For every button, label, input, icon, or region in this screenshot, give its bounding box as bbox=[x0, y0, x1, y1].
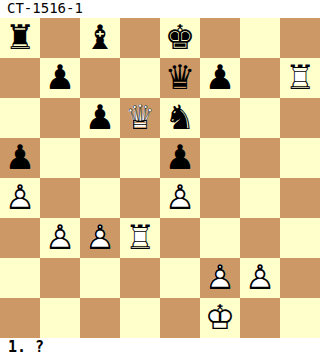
square-c3[interactable]: ♟♙ bbox=[80, 218, 120, 258]
black-pawn: ♟ bbox=[160, 138, 200, 178]
white-king: ♚♔ bbox=[200, 298, 240, 338]
white-rook: ♜♖ bbox=[120, 218, 160, 258]
square-h5[interactable] bbox=[280, 138, 320, 178]
square-c5[interactable] bbox=[80, 138, 120, 178]
white-rook: ♜♖ bbox=[280, 58, 320, 98]
square-h7[interactable]: ♜♖ bbox=[280, 58, 320, 98]
square-e4[interactable]: ♟♙ bbox=[160, 178, 200, 218]
square-a8[interactable]: ♜ bbox=[0, 18, 40, 58]
square-b5[interactable] bbox=[40, 138, 80, 178]
square-a1[interactable] bbox=[0, 298, 40, 338]
square-c7[interactable] bbox=[80, 58, 120, 98]
square-e8[interactable]: ♚ bbox=[160, 18, 200, 58]
square-d6[interactable]: ♛♕ bbox=[120, 98, 160, 138]
square-c8[interactable]: ♝ bbox=[80, 18, 120, 58]
black-knight: ♞ bbox=[160, 98, 200, 138]
square-e3[interactable] bbox=[160, 218, 200, 258]
square-a2[interactable] bbox=[0, 258, 40, 298]
square-f2[interactable]: ♟♙ bbox=[200, 258, 240, 298]
chess-board: ♜♝♚♟♛♟♜♖♟♛♕♞♟♟♟♙♟♙♟♙♟♙♜♖♟♙♟♙♚♔ bbox=[0, 18, 320, 338]
black-king: ♚ bbox=[160, 18, 200, 58]
square-f6[interactable] bbox=[200, 98, 240, 138]
square-h2[interactable] bbox=[280, 258, 320, 298]
square-e2[interactable] bbox=[160, 258, 200, 298]
white-pawn: ♟♙ bbox=[200, 258, 240, 298]
square-f4[interactable] bbox=[200, 178, 240, 218]
black-queen: ♛ bbox=[160, 58, 200, 98]
square-b2[interactable] bbox=[40, 258, 80, 298]
square-f7[interactable]: ♟ bbox=[200, 58, 240, 98]
square-f1[interactable]: ♚♔ bbox=[200, 298, 240, 338]
square-e1[interactable] bbox=[160, 298, 200, 338]
square-d3[interactable]: ♜♖ bbox=[120, 218, 160, 258]
move-prompt: 1. ? bbox=[8, 337, 44, 357]
square-c4[interactable] bbox=[80, 178, 120, 218]
white-pawn: ♟♙ bbox=[80, 218, 120, 258]
square-b8[interactable] bbox=[40, 18, 80, 58]
square-f5[interactable] bbox=[200, 138, 240, 178]
square-e6[interactable]: ♞ bbox=[160, 98, 200, 138]
black-pawn: ♟ bbox=[80, 98, 120, 138]
black-rook: ♜ bbox=[0, 18, 40, 58]
square-h8[interactable] bbox=[280, 18, 320, 58]
square-g8[interactable] bbox=[240, 18, 280, 58]
square-g5[interactable] bbox=[240, 138, 280, 178]
square-g2[interactable]: ♟♙ bbox=[240, 258, 280, 298]
white-pawn: ♟♙ bbox=[40, 218, 80, 258]
square-d2[interactable] bbox=[120, 258, 160, 298]
square-a7[interactable] bbox=[0, 58, 40, 98]
square-h6[interactable] bbox=[280, 98, 320, 138]
black-pawn: ♟ bbox=[40, 58, 80, 98]
square-g1[interactable] bbox=[240, 298, 280, 338]
diagram-title: CT-1516-1 bbox=[7, 0, 83, 17]
square-e5[interactable]: ♟ bbox=[160, 138, 200, 178]
square-b7[interactable]: ♟ bbox=[40, 58, 80, 98]
white-pawn: ♟♙ bbox=[240, 258, 280, 298]
square-a5[interactable]: ♟ bbox=[0, 138, 40, 178]
square-g6[interactable] bbox=[240, 98, 280, 138]
white-pawn: ♟♙ bbox=[160, 178, 200, 218]
square-a4[interactable]: ♟♙ bbox=[0, 178, 40, 218]
square-g7[interactable] bbox=[240, 58, 280, 98]
square-e7[interactable]: ♛ bbox=[160, 58, 200, 98]
square-d1[interactable] bbox=[120, 298, 160, 338]
square-d7[interactable] bbox=[120, 58, 160, 98]
square-b1[interactable] bbox=[40, 298, 80, 338]
square-d8[interactable] bbox=[120, 18, 160, 58]
square-b3[interactable]: ♟♙ bbox=[40, 218, 80, 258]
square-c6[interactable]: ♟ bbox=[80, 98, 120, 138]
black-pawn: ♟ bbox=[200, 58, 240, 98]
square-g4[interactable] bbox=[240, 178, 280, 218]
square-h4[interactable] bbox=[280, 178, 320, 218]
square-f3[interactable] bbox=[200, 218, 240, 258]
square-b6[interactable] bbox=[40, 98, 80, 138]
square-a3[interactable] bbox=[0, 218, 40, 258]
square-b4[interactable] bbox=[40, 178, 80, 218]
square-f8[interactable] bbox=[200, 18, 240, 58]
square-h3[interactable] bbox=[280, 218, 320, 258]
black-pawn: ♟ bbox=[0, 138, 40, 178]
square-g3[interactable] bbox=[240, 218, 280, 258]
square-c2[interactable] bbox=[80, 258, 120, 298]
black-bishop: ♝ bbox=[80, 18, 120, 58]
square-h1[interactable] bbox=[280, 298, 320, 338]
square-a6[interactable] bbox=[0, 98, 40, 138]
square-d4[interactable] bbox=[120, 178, 160, 218]
square-c1[interactable] bbox=[80, 298, 120, 338]
white-queen: ♛♕ bbox=[120, 98, 160, 138]
square-d5[interactable] bbox=[120, 138, 160, 178]
white-pawn: ♟♙ bbox=[0, 178, 40, 218]
